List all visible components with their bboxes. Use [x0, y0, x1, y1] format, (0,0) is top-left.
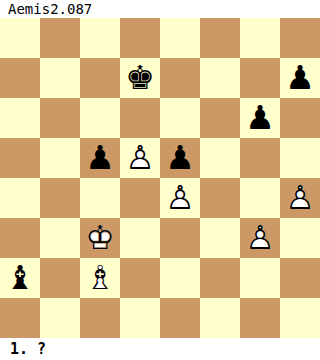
move-prompt: 1. ? — [0, 338, 320, 360]
square-g4[interactable] — [240, 178, 280, 218]
square-a8[interactable] — [0, 18, 40, 58]
square-h8[interactable] — [280, 18, 320, 58]
square-e3[interactable] — [160, 218, 200, 258]
piece-white-pawn[interactable]: ♟♙ — [240, 218, 280, 258]
square-e4[interactable]: ♟♙ — [160, 178, 200, 218]
square-f5[interactable] — [200, 138, 240, 178]
square-h7[interactable]: ♟ — [280, 58, 320, 98]
square-d4[interactable] — [120, 178, 160, 218]
square-g7[interactable] — [240, 58, 280, 98]
square-g2[interactable] — [240, 258, 280, 298]
square-h2[interactable] — [280, 258, 320, 298]
square-g8[interactable] — [240, 18, 280, 58]
square-f2[interactable] — [200, 258, 240, 298]
square-b6[interactable] — [40, 98, 80, 138]
square-b7[interactable] — [40, 58, 80, 98]
square-f1[interactable] — [200, 298, 240, 338]
square-d3[interactable] — [120, 218, 160, 258]
piece-outline: ♙ — [160, 178, 200, 218]
square-a6[interactable] — [0, 98, 40, 138]
square-a4[interactable] — [0, 178, 40, 218]
piece-black-pawn[interactable]: ♟ — [240, 98, 280, 138]
square-h1[interactable] — [280, 298, 320, 338]
square-c5[interactable]: ♟ — [80, 138, 120, 178]
square-h4[interactable]: ♟♙ — [280, 178, 320, 218]
square-d8[interactable] — [120, 18, 160, 58]
square-a2[interactable]: ♝ — [0, 258, 40, 298]
square-d6[interactable] — [120, 98, 160, 138]
square-d7[interactable]: ♚ — [120, 58, 160, 98]
square-a1[interactable] — [0, 298, 40, 338]
piece-black-pawn[interactable]: ♟ — [80, 138, 120, 178]
square-c3[interactable]: ♚♔ — [80, 218, 120, 258]
square-g1[interactable] — [240, 298, 280, 338]
chess-app-window: Aemis2.087 ♚♟♟♟♟♙♟♟♙♟♙♚♔♟♙♝♝♗ 1. ? — [0, 0, 320, 360]
square-c8[interactable] — [80, 18, 120, 58]
square-g5[interactable] — [240, 138, 280, 178]
chess-board: ♚♟♟♟♟♙♟♟♙♟♙♚♔♟♙♝♝♗ — [0, 18, 320, 338]
piece-outline: ♙ — [120, 138, 160, 178]
square-f4[interactable] — [200, 178, 240, 218]
square-a5[interactable] — [0, 138, 40, 178]
piece-white-king[interactable]: ♚♔ — [80, 218, 120, 258]
square-e1[interactable] — [160, 298, 200, 338]
piece-white-pawn[interactable]: ♟♙ — [160, 178, 200, 218]
square-c6[interactable] — [80, 98, 120, 138]
square-f7[interactable] — [200, 58, 240, 98]
square-f8[interactable] — [200, 18, 240, 58]
square-b8[interactable] — [40, 18, 80, 58]
square-d2[interactable] — [120, 258, 160, 298]
piece-white-bishop[interactable]: ♝♗ — [80, 258, 120, 298]
square-f6[interactable] — [200, 98, 240, 138]
square-d1[interactable] — [120, 298, 160, 338]
piece-white-pawn[interactable]: ♟♙ — [280, 178, 320, 218]
square-e2[interactable] — [160, 258, 200, 298]
piece-outline: ♙ — [280, 178, 320, 218]
square-c4[interactable] — [80, 178, 120, 218]
square-a7[interactable] — [0, 58, 40, 98]
piece-outline: ♔ — [80, 218, 120, 258]
square-b3[interactable] — [40, 218, 80, 258]
square-f3[interactable] — [200, 218, 240, 258]
square-b1[interactable] — [40, 298, 80, 338]
square-a3[interactable] — [0, 218, 40, 258]
square-g3[interactable]: ♟♙ — [240, 218, 280, 258]
square-e8[interactable] — [160, 18, 200, 58]
piece-outline: ♙ — [240, 218, 280, 258]
piece-black-bishop[interactable]: ♝ — [0, 258, 40, 298]
window-title: Aemis2.087 — [0, 0, 320, 18]
square-e7[interactable] — [160, 58, 200, 98]
square-h5[interactable] — [280, 138, 320, 178]
square-e6[interactable] — [160, 98, 200, 138]
square-b2[interactable] — [40, 258, 80, 298]
square-e5[interactable]: ♟ — [160, 138, 200, 178]
piece-black-pawn[interactable]: ♟ — [280, 58, 320, 98]
square-c1[interactable] — [80, 298, 120, 338]
piece-white-pawn[interactable]: ♟♙ — [120, 138, 160, 178]
square-g6[interactable]: ♟ — [240, 98, 280, 138]
square-h3[interactable] — [280, 218, 320, 258]
square-d5[interactable]: ♟♙ — [120, 138, 160, 178]
piece-black-king[interactable]: ♚ — [120, 58, 160, 98]
piece-black-pawn[interactable]: ♟ — [160, 138, 200, 178]
square-h6[interactable] — [280, 98, 320, 138]
square-b5[interactable] — [40, 138, 80, 178]
square-b4[interactable] — [40, 178, 80, 218]
square-c7[interactable] — [80, 58, 120, 98]
piece-outline: ♗ — [80, 258, 120, 298]
square-c2[interactable]: ♝♗ — [80, 258, 120, 298]
